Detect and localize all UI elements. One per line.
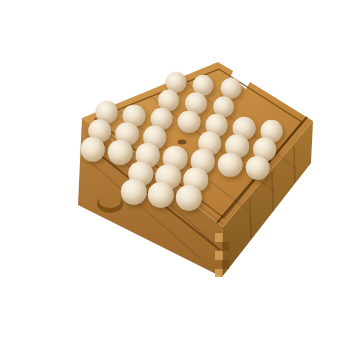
peg-ball[interactable]: [178, 110, 201, 133]
peg-ball[interactable]: [108, 140, 133, 165]
peg-ball[interactable]: [80, 137, 105, 162]
solitaire-product-photo: [0, 0, 350, 350]
peg-ball[interactable]: [245, 155, 270, 180]
peg-ball[interactable]: [218, 152, 243, 177]
